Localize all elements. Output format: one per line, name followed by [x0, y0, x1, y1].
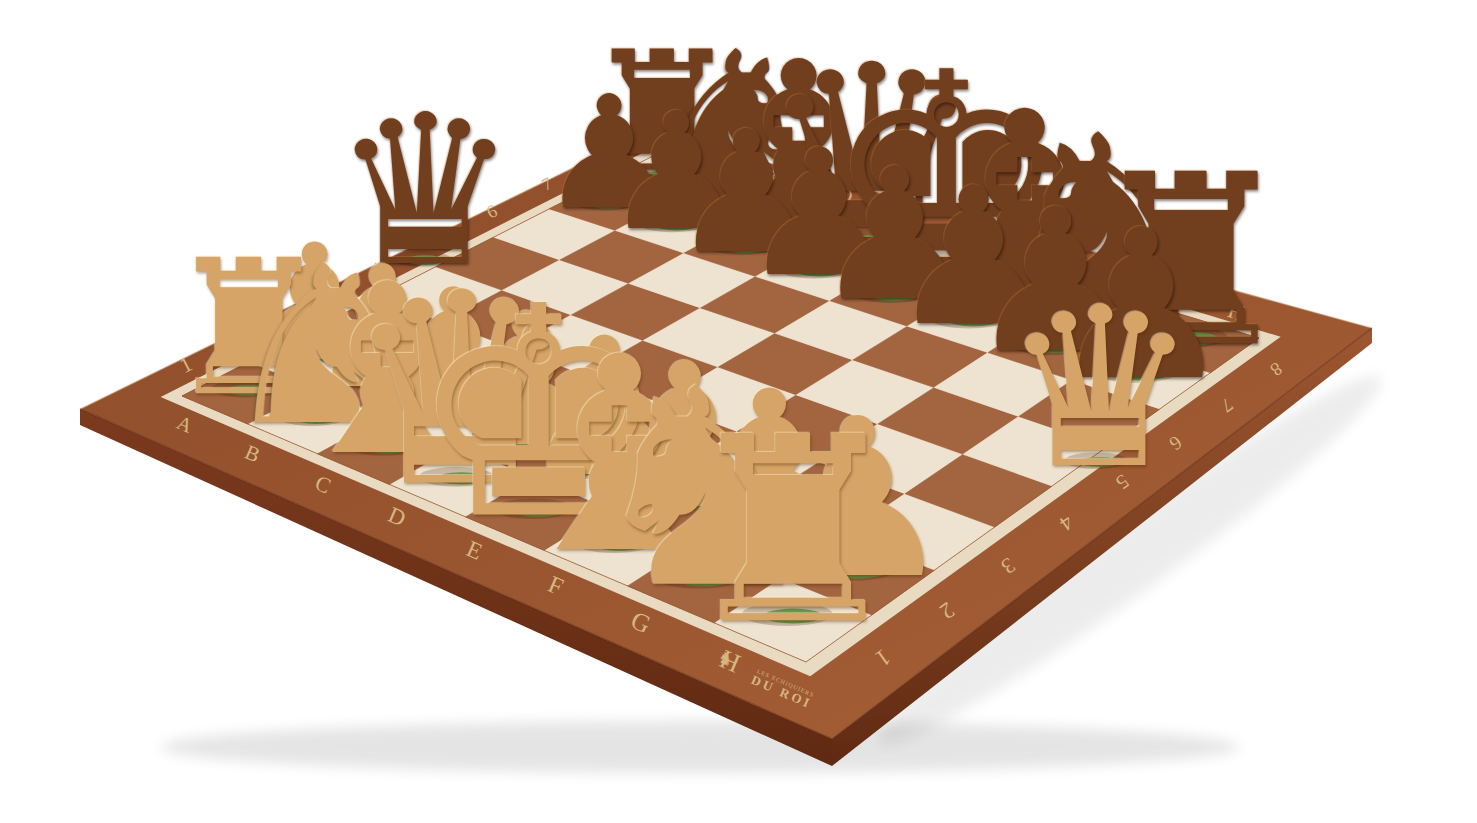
felt-of-piece-black-knight-g8	[1080, 306, 1132, 319]
felt-of-piece-black-pawn-c7	[724, 242, 769, 253]
felt-of-piece-black-pawn-a7	[588, 198, 630, 208]
felt-of-piece-black-queen-d8	[848, 235, 894, 247]
felt-of-piece-white-rook-a1	[227, 385, 270, 396]
felt-of-piece-white-king-e1	[513, 504, 564, 517]
felt-of-piece-black-king-e8	[922, 258, 970, 270]
felt-of-spare-black-queen	[406, 255, 444, 265]
felt-of-piece-white-bishop-f1	[593, 537, 647, 550]
felt-of-piece-black-rook-h8	[1164, 332, 1218, 346]
felt-of-piece-black-pawn-e7	[871, 289, 920, 301]
felt-of-piece-white-bishop-c1	[364, 442, 411, 454]
felt-of-piece-white-pawn-d2	[503, 434, 552, 446]
felt-of-piece-black-bishop-c8	[776, 213, 821, 224]
felt-of-piece-black-pawn-g7	[1029, 340, 1082, 353]
felt-of-piece-black-bishop-f8	[1000, 281, 1050, 294]
felt-of-spare-white-queen	[1080, 457, 1121, 467]
felt-of-piece-black-rook-a8	[641, 171, 682, 181]
felt-of-piece-black-pawn-d7	[796, 265, 843, 277]
felt-of-piece-black-pawn-b7	[655, 220, 698, 231]
felt-of-piece-black-pawn-f7	[948, 314, 999, 327]
felt-of-piece-white-knight-g1	[676, 572, 732, 586]
felt-of-piece-white-queen-d1	[437, 472, 486, 484]
chess-product-photo: AABBCCDDEEFFGGHH1122334455667788 ♜♞♝♛♚♝♞…	[0, 0, 1477, 823]
felt-of-piece-white-pawn-g2	[741, 529, 797, 543]
felt-of-piece-black-knight-b8	[708, 191, 751, 202]
chess-board: AABBCCDDEEFFGGHH1122334455667788	[0, 0, 1477, 823]
felt-of-piece-white-knight-b1	[294, 413, 339, 424]
felt-of-piece-white-pawn-e2	[579, 464, 630, 477]
felt-of-piece-black-pawn-h7	[1114, 367, 1169, 381]
felt-of-piece-white-pawn-b2	[360, 377, 405, 388]
felt-of-piece-white-rook-h1	[764, 609, 823, 624]
felt-of-piece-white-pawn-h2	[829, 564, 887, 579]
felt-of-piece-white-pawn-a2	[293, 351, 336, 362]
felt-of-piece-white-pawn-f2	[658, 496, 711, 509]
felt-of-piece-white-pawn-c2	[430, 405, 477, 417]
floor-shadow	[160, 721, 1240, 773]
